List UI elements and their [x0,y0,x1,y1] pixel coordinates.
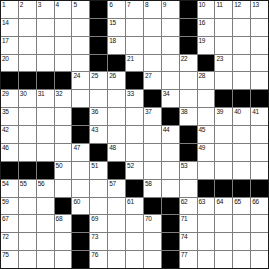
white-cell-7-12[interactable] [198,108,215,125]
white-cell-12-13[interactable]: 64 [215,198,232,215]
white-cell-6-6[interactable] [90,90,107,107]
white-cell-13-2[interactable] [19,215,36,232]
white-cell-2-14[interactable] [233,19,250,36]
white-cell-5-6[interactable]: 25 [90,72,107,89]
white-cell-11-4[interactable] [55,180,72,197]
white-cell-4-10[interactable] [162,55,179,72]
black-cell-6-9 [144,90,161,107]
white-cell-15-1[interactable]: 75 [1,251,18,268]
clue-number: 76 [91,251,98,258]
white-cell-7-2[interactable] [19,108,36,125]
clue-number: 3 [38,1,41,8]
white-cell-9-15[interactable] [251,144,268,161]
clue-number: 12 [234,1,241,8]
white-cell-7-6[interactable]: 36 [90,108,107,125]
white-cell-3-5[interactable] [72,37,89,54]
black-cell-12-10 [162,198,179,215]
clue-number: 51 [91,162,98,169]
black-cell-12-9 [144,198,161,215]
white-cell-8-10[interactable]: 44 [162,126,179,143]
white-cell-14-6[interactable]: 73 [90,233,107,250]
black-cell-10-1 [1,162,18,179]
white-cell-1-2[interactable]: 2 [19,1,36,18]
white-cell-6-8[interactable]: 33 [126,90,143,107]
white-cell-15-13[interactable] [215,251,232,268]
white-cell-12-15[interactable]: 66 [251,198,268,215]
white-cell-6-3[interactable]: 31 [37,90,54,107]
clue-number: 14 [2,19,9,26]
white-cell-15-14[interactable] [233,251,250,268]
white-cell-11-11[interactable] [180,180,197,197]
white-cell-2-8[interactable] [126,19,143,36]
white-cell-9-9[interactable] [144,144,161,161]
white-cell-2-4[interactable] [55,19,72,36]
white-cell-7-15[interactable]: 41 [251,108,268,125]
clue-number: 70 [145,215,152,222]
white-cell-14-9[interactable] [144,233,161,250]
white-cell-10-8[interactable]: 52 [126,162,143,179]
white-cell-1-8[interactable]: 7 [126,1,143,18]
black-cell-7-10 [162,108,179,125]
black-cell-11-8 [126,180,143,197]
white-cell-8-4[interactable] [55,126,72,143]
black-cell-6-13 [215,90,232,107]
white-cell-13-3[interactable] [37,215,54,232]
white-cell-9-13[interactable] [215,144,232,161]
white-cell-4-15[interactable] [251,55,268,72]
white-cell-6-5[interactable] [72,90,89,107]
white-cell-2-9[interactable] [144,19,161,36]
white-cell-4-8[interactable]: 21 [126,55,143,72]
white-cell-1-14[interactable]: 12 [233,1,250,18]
black-cell-12-4 [55,198,72,215]
white-cell-13-8[interactable] [126,215,143,232]
black-cell-10-7 [108,162,125,179]
white-cell-5-10[interactable] [162,72,179,89]
white-cell-3-1[interactable]: 17 [1,37,18,54]
white-cell-3-2[interactable] [19,37,36,54]
clue-number: 5 [73,1,76,8]
white-cell-15-11[interactable]: 77 [180,251,197,268]
white-cell-12-11[interactable]: 62 [180,198,197,215]
white-cell-7-1[interactable]: 35 [1,108,18,125]
clue-number: 67 [2,215,9,222]
clue-number: 43 [91,126,98,133]
clue-number: 75 [2,251,9,258]
white-cell-6-2[interactable]: 30 [19,90,36,107]
white-cell-13-14[interactable] [233,215,250,232]
white-cell-10-11[interactable]: 53 [180,162,197,179]
white-cell-13-9[interactable]: 70 [144,215,161,232]
black-cell-1-6 [90,1,107,18]
white-cell-8-12[interactable]: 45 [198,126,215,143]
white-cell-8-14[interactable] [233,126,250,143]
white-cell-11-9[interactable]: 58 [144,180,161,197]
black-cell-6-14 [233,90,250,107]
white-cell-14-3[interactable] [37,233,54,250]
clue-number: 29 [2,90,9,97]
clue-number: 55 [20,180,27,187]
white-cell-13-4[interactable]: 68 [55,215,72,232]
black-cell-9-11 [180,144,197,161]
black-cell-1-11 [180,1,197,18]
white-cell-14-1[interactable]: 72 [1,233,18,250]
black-cell-4-6 [90,55,107,72]
clue-number: 6 [109,1,112,8]
white-cell-14-12[interactable] [198,233,215,250]
clue-number: 72 [2,233,9,240]
white-cell-13-15[interactable] [251,215,268,232]
white-cell-5-7[interactable]: 26 [108,72,125,89]
black-cell-3-6 [90,37,107,54]
black-cell-5-1 [1,72,18,89]
clue-number: 40 [234,108,241,115]
black-cell-2-11 [180,19,197,36]
clue-number: 23 [216,55,223,62]
white-cell-11-1[interactable]: 54 [1,180,18,197]
white-cell-13-7[interactable] [108,215,125,232]
clue-number: 13 [252,1,259,8]
white-cell-9-7[interactable]: 48 [108,144,125,161]
white-cell-2-1[interactable]: 14 [1,19,18,36]
white-cell-12-5[interactable]: 60 [72,198,89,215]
clue-number: 54 [2,180,9,187]
white-cell-12-8[interactable]: 61 [126,198,143,215]
white-cell-4-4[interactable] [55,55,72,72]
black-cell-11-14 [233,180,250,197]
white-cell-14-8[interactable] [126,233,143,250]
white-cell-9-4[interactable] [55,144,72,161]
black-cell-3-11 [180,37,197,54]
clue-number: 25 [91,72,98,79]
white-cell-4-2[interactable] [19,55,36,72]
white-cell-15-6[interactable]: 76 [90,251,107,268]
white-cell-9-10[interactable] [162,144,179,161]
clue-number: 37 [145,108,152,115]
white-cell-8-7[interactable] [108,126,125,143]
white-cell-5-15[interactable] [251,72,268,89]
white-cell-13-12[interactable] [198,215,215,232]
white-cell-8-1[interactable]: 42 [1,126,18,143]
black-cell-13-5 [72,215,89,232]
clue-number: 64 [216,198,223,205]
black-cell-11-13 [215,180,232,197]
white-cell-10-15[interactable] [251,162,268,179]
black-cell-14-10 [162,233,179,250]
white-cell-14-2[interactable] [19,233,36,250]
white-cell-15-2[interactable] [19,251,36,268]
clue-number: 22 [181,55,188,62]
white-cell-2-15[interactable] [251,19,268,36]
white-cell-6-4[interactable]: 32 [55,90,72,107]
black-cell-2-6 [90,19,107,36]
white-cell-11-7[interactable]: 57 [108,180,125,197]
white-cell-8-8[interactable] [126,126,143,143]
clue-number: 41 [252,108,259,115]
clue-number: 19 [199,37,206,44]
white-cell-13-13[interactable] [215,215,232,232]
white-cell-4-9[interactable] [144,55,161,72]
white-cell-3-3[interactable] [37,37,54,54]
white-cell-15-7[interactable] [108,251,125,268]
white-cell-5-12[interactable]: 28 [198,72,215,89]
clue-number: 34 [163,90,170,97]
white-cell-15-9[interactable] [144,251,161,268]
clue-number: 42 [2,126,9,133]
white-cell-10-13[interactable] [215,162,232,179]
clue-number: 15 [109,19,116,26]
clue-number: 33 [127,90,134,97]
clue-number: 66 [252,198,259,205]
white-cell-5-14[interactable] [233,72,250,89]
clue-number: 77 [181,251,188,258]
white-cell-2-2[interactable] [19,19,36,36]
white-cell-3-4[interactable] [55,37,72,54]
black-cell-6-15 [251,90,268,107]
clue-number: 56 [38,180,45,187]
white-cell-2-7[interactable]: 15 [108,19,125,36]
white-cell-8-15[interactable] [251,126,268,143]
black-cell-10-3 [37,162,54,179]
white-cell-4-5[interactable] [72,55,89,72]
clue-number: 1 [2,1,5,8]
white-cell-8-13[interactable] [215,126,232,143]
white-cell-1-1[interactable]: 1 [1,1,18,18]
white-cell-6-1[interactable]: 29 [1,90,18,107]
white-cell-9-2[interactable] [19,144,36,161]
white-cell-15-3[interactable] [37,251,54,268]
clue-number: 65 [234,198,241,205]
clue-number: 49 [199,144,206,151]
white-cell-12-3[interactable] [37,198,54,215]
clue-number: 46 [2,144,9,151]
white-cell-3-10[interactable] [162,37,179,54]
clue-number: 7 [127,1,130,8]
clue-number: 73 [91,233,98,240]
black-cell-5-8 [126,72,143,89]
clue-number: 9 [163,1,166,8]
black-cell-4-12 [198,55,215,72]
black-cell-5-4 [55,72,72,89]
white-cell-3-9[interactable] [144,37,161,54]
black-cell-11-15 [251,180,268,197]
clue-number: 47 [73,144,80,151]
white-cell-6-7[interactable] [108,90,125,107]
clue-number: 39 [216,108,223,115]
white-cell-7-8[interactable] [126,108,143,125]
white-cell-14-14[interactable] [233,233,250,250]
white-cell-12-12[interactable]: 63 [198,198,215,215]
white-cell-2-5[interactable] [72,19,89,36]
clue-number: 48 [109,144,116,151]
white-cell-7-7[interactable] [108,108,125,125]
white-cell-14-11[interactable]: 74 [180,233,197,250]
white-cell-10-5[interactable] [72,162,89,179]
white-cell-7-4[interactable] [55,108,72,125]
clue-number: 61 [127,198,134,205]
white-cell-1-15[interactable]: 13 [251,1,268,18]
clue-number: 32 [56,90,63,97]
white-cell-15-8[interactable] [126,251,143,268]
white-cell-6-10[interactable]: 34 [162,90,179,107]
white-cell-12-2[interactable] [19,198,36,215]
white-cell-1-3[interactable]: 3 [37,1,54,18]
white-cell-7-3[interactable] [37,108,54,125]
white-cell-3-8[interactable] [126,37,143,54]
white-cell-7-11[interactable]: 38 [180,108,197,125]
black-cell-9-6 [90,144,107,161]
white-cell-7-9[interactable]: 37 [144,108,161,125]
white-cell-7-13[interactable]: 39 [215,108,232,125]
white-cell-10-9[interactable] [144,162,161,179]
white-cell-4-11[interactable]: 22 [180,55,197,72]
white-cell-1-12[interactable]: 10 [198,1,215,18]
white-cell-1-9[interactable]: 8 [144,1,161,18]
white-cell-4-14[interactable] [233,55,250,72]
black-cell-14-5 [72,233,89,250]
white-cell-13-6[interactable]: 69 [90,215,107,232]
black-cell-13-10 [162,215,179,232]
white-cell-11-2[interactable]: 55 [19,180,36,197]
clue-number: 24 [73,72,80,79]
white-cell-10-6[interactable]: 51 [90,162,107,179]
white-cell-9-1[interactable]: 46 [1,144,18,161]
black-cell-10-2 [19,162,36,179]
clue-number: 53 [181,162,188,169]
clue-number: 21 [127,55,134,62]
white-cell-1-13[interactable]: 11 [215,1,232,18]
white-cell-10-4[interactable]: 50 [55,162,72,179]
white-cell-2-10[interactable] [162,19,179,36]
clue-number: 62 [181,198,188,205]
white-cell-6-12[interactable] [198,90,215,107]
white-cell-8-3[interactable] [37,126,54,143]
white-cell-15-12[interactable] [198,251,215,268]
white-cell-8-2[interactable] [19,126,36,143]
clue-number: 45 [199,126,206,133]
clue-number: 74 [181,233,188,240]
clue-number: 10 [199,1,206,8]
white-cell-14-15[interactable] [251,233,268,250]
white-cell-10-12[interactable] [198,162,215,179]
white-cell-9-5[interactable]: 47 [72,144,89,161]
white-cell-1-4[interactable]: 4 [55,1,72,18]
white-cell-15-4[interactable] [55,251,72,268]
white-cell-3-7[interactable]: 18 [108,37,125,54]
white-cell-11-10[interactable] [162,180,179,197]
white-cell-2-12[interactable]: 16 [198,19,215,36]
black-cell-4-7 [108,55,125,72]
white-cell-4-3[interactable] [37,55,54,72]
white-cell-9-8[interactable] [126,144,143,161]
white-cell-5-5[interactable]: 24 [72,72,89,89]
clue-number: 27 [145,72,152,79]
clue-number: 11 [216,1,222,8]
white-cell-8-9[interactable] [144,126,161,143]
white-cell-4-13[interactable]: 23 [215,55,232,72]
clue-number: 44 [163,126,170,133]
white-cell-5-11[interactable] [180,72,197,89]
black-cell-5-3 [37,72,54,89]
white-cell-11-3[interactable]: 56 [37,180,54,197]
white-cell-3-15[interactable] [251,37,268,54]
crossword-grid: 1234567891011121314151617181920212223242… [0,0,269,269]
white-cell-12-7[interactable] [108,198,125,215]
white-cell-4-1[interactable]: 20 [1,55,18,72]
clue-number: 59 [2,198,9,205]
clue-number: 16 [199,19,206,26]
white-cell-1-5[interactable]: 5 [72,1,89,18]
white-cell-11-5[interactable] [72,180,89,197]
crossword-puzzle: 1234567891011121314151617181920212223242… [0,0,269,269]
white-cell-3-12[interactable]: 19 [198,37,215,54]
white-cell-13-11[interactable]: 71 [180,215,197,232]
white-cell-14-13[interactable] [215,233,232,250]
white-cell-3-13[interactable] [215,37,232,54]
clue-number: 26 [109,72,116,79]
clue-number: 28 [199,72,206,79]
white-cell-2-13[interactable] [215,19,232,36]
clue-number: 63 [199,198,206,205]
white-cell-12-14[interactable]: 65 [233,198,250,215]
white-cell-15-15[interactable] [251,251,268,268]
clue-number: 31 [38,90,45,97]
clue-number: 38 [181,108,188,115]
clue-number: 57 [109,180,116,187]
white-cell-8-6[interactable]: 43 [90,126,107,143]
white-cell-14-4[interactable] [55,233,72,250]
white-cell-9-12[interactable]: 49 [198,144,215,161]
clue-number: 71 [181,215,188,222]
white-cell-13-1[interactable]: 67 [1,215,18,232]
white-cell-9-14[interactable] [233,144,250,161]
white-cell-10-14[interactable] [233,162,250,179]
white-cell-9-3[interactable] [37,144,54,161]
clue-number: 60 [73,198,80,205]
clue-number: 52 [127,162,134,169]
clue-number: 18 [109,37,116,44]
white-cell-1-10[interactable]: 9 [162,1,179,18]
white-cell-1-7[interactable]: 6 [108,1,125,18]
black-cell-15-10 [162,251,179,268]
black-cell-11-12 [198,180,215,197]
clue-number: 20 [2,55,9,62]
clue-number: 17 [2,37,9,44]
white-cell-12-1[interactable]: 59 [1,198,18,215]
white-cell-2-3[interactable] [37,19,54,36]
black-cell-8-11 [180,126,197,143]
black-cell-8-5 [72,126,89,143]
white-cell-11-6[interactable] [90,180,107,197]
clue-number: 30 [20,90,27,97]
white-cell-5-9[interactable]: 27 [144,72,161,89]
white-cell-5-13[interactable] [215,72,232,89]
white-cell-6-11[interactable] [180,90,197,107]
white-cell-14-7[interactable] [108,233,125,250]
clue-number: 35 [2,108,9,115]
white-cell-10-10[interactable] [162,162,179,179]
black-cell-15-5 [72,251,89,268]
clue-number: 2 [20,1,23,8]
white-cell-12-6[interactable] [90,198,107,215]
white-cell-7-14[interactable]: 40 [233,108,250,125]
black-cell-5-2 [19,72,36,89]
clue-number: 36 [91,108,98,115]
white-cell-3-14[interactable] [233,37,250,54]
clue-number: 68 [56,215,63,222]
clue-number: 50 [56,162,63,169]
clue-number: 4 [56,1,59,8]
